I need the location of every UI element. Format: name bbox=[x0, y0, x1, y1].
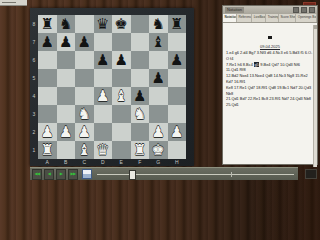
square-f2[interactable] bbox=[131, 123, 150, 141]
rank-label: 1 bbox=[30, 141, 38, 159]
square-c8[interactable] bbox=[75, 15, 94, 33]
square-d4[interactable]: ♟ bbox=[94, 87, 113, 105]
square-h8[interactable]: ♜ bbox=[168, 15, 187, 33]
file-label: G bbox=[149, 159, 168, 166]
panel-caption: Notation bbox=[223, 6, 317, 14]
white-rook[interactable]: ♜ bbox=[133, 141, 146, 159]
square-e6[interactable]: ♟ bbox=[112, 51, 131, 69]
square-g2[interactable]: ♟ bbox=[149, 123, 168, 141]
maximize-icon[interactable] bbox=[301, 7, 307, 13]
move-line[interactable]: Ke8 17.Re1 Qd7 18.Rf1 Qd8 19.Bc1 Nd7 20.… bbox=[226, 85, 313, 97]
square-a5[interactable] bbox=[38, 69, 57, 87]
square-b7[interactable]: ♟ bbox=[57, 33, 76, 51]
square-h1[interactable] bbox=[168, 141, 187, 159]
window-fragment bbox=[0, 0, 27, 6]
rank-label: 4 bbox=[30, 87, 38, 105]
black-pawn[interactable]: ♟ bbox=[152, 69, 165, 87]
black-queen[interactable]: ♛ bbox=[96, 15, 109, 33]
square-f1[interactable]: ♜ bbox=[131, 141, 150, 159]
square-h6[interactable]: ♟ bbox=[168, 51, 187, 69]
white-knight[interactable]: ♞ bbox=[78, 105, 91, 123]
move-line[interactable]: 7.Re1 h6 8.Bc4 g5 9.Be4 Qd7 10.Qd3 Nf6 1… bbox=[226, 62, 313, 74]
square-e2[interactable] bbox=[112, 123, 131, 141]
rank-labels: 87654321 bbox=[30, 15, 38, 159]
square-a8[interactable]: ♜ bbox=[38, 15, 57, 33]
black-pawn[interactable]: ♟ bbox=[78, 33, 91, 51]
square-f6[interactable] bbox=[131, 51, 150, 69]
square-d5[interactable] bbox=[94, 69, 113, 87]
black-pawn[interactable]: ♟ bbox=[133, 87, 146, 105]
square-d7[interactable] bbox=[94, 33, 113, 51]
black-bishop[interactable]: ♝ bbox=[152, 33, 165, 51]
square-f8[interactable] bbox=[131, 15, 150, 33]
rank-label: 2 bbox=[30, 123, 38, 141]
square-g3[interactable] bbox=[149, 105, 168, 123]
file-label: C bbox=[75, 159, 94, 166]
black-pawn[interactable]: ♟ bbox=[115, 51, 128, 69]
move-list[interactable]: 1.e4 g6 2.d4 Bg7 3.Nf3 d6 4.Nc3 e6 5.Bd3… bbox=[226, 50, 313, 108]
panel-title: Notation bbox=[225, 7, 244, 13]
current-move[interactable]: g5 bbox=[254, 62, 259, 67]
square-h7[interactable] bbox=[168, 33, 187, 51]
white-king[interactable]: ♚ bbox=[152, 141, 165, 159]
square-b3[interactable] bbox=[57, 105, 76, 123]
square-g8[interactable]: ♞ bbox=[149, 15, 168, 33]
square-h4[interactable] bbox=[168, 87, 187, 105]
square-b5[interactable] bbox=[57, 69, 76, 87]
nav-buttons: ◀◀◀▶▶▶ bbox=[30, 169, 78, 180]
square-a1[interactable]: ♜ bbox=[38, 141, 57, 159]
square-h3[interactable] bbox=[168, 105, 187, 123]
square-e3[interactable] bbox=[112, 105, 131, 123]
black-pawn[interactable]: ♟ bbox=[96, 51, 109, 69]
black-pawn[interactable]: ♟ bbox=[41, 33, 54, 51]
move-line[interactable]: 21.Qd1 Bd7 22.Re1 Bc8 23.Rf1 Nd7 24.Qd3 … bbox=[226, 96, 313, 108]
slider-tick bbox=[231, 172, 232, 177]
square-d8[interactable]: ♛ bbox=[94, 15, 113, 33]
white-knight[interactable]: ♞ bbox=[133, 105, 146, 123]
file-label: A bbox=[38, 159, 57, 166]
tab-openings-book[interactable]: Openings Book bbox=[296, 14, 317, 22]
white-pawn[interactable]: ♟ bbox=[96, 87, 109, 105]
board-frame: 87654321 ♜♞♛♚♞♜♟♟♟♝♟♟♟♟♟♝♟♞♞♟♟♟♟♟♜♝♛♜♚ A… bbox=[30, 8, 194, 166]
game-progress-slider[interactable] bbox=[97, 168, 294, 180]
black-pawn[interactable]: ♟ bbox=[59, 33, 72, 51]
white-bishop[interactable]: ♝ bbox=[115, 87, 128, 105]
back-button[interactable]: ◀ bbox=[44, 169, 54, 180]
close-icon[interactable] bbox=[309, 7, 315, 13]
tab-score-sheet[interactable]: Score Sheet bbox=[279, 14, 296, 22]
rank-label: 3 bbox=[30, 105, 38, 123]
square-g5[interactable]: ♟ bbox=[149, 69, 168, 87]
white-bishop[interactable]: ♝ bbox=[78, 141, 91, 159]
game-date[interactable]: 09.04.2025 bbox=[223, 44, 317, 49]
scroll-up-icon[interactable] bbox=[314, 25, 317, 29]
square-b4[interactable] bbox=[57, 87, 76, 105]
replay-toolbar: ◀◀◀▶▶▶ bbox=[30, 167, 298, 180]
black-rook[interactable]: ♜ bbox=[41, 15, 54, 33]
white-rook[interactable]: ♜ bbox=[41, 141, 54, 159]
black-knight[interactable]: ♞ bbox=[152, 15, 165, 33]
square-d6[interactable]: ♟ bbox=[94, 51, 113, 69]
go-start-button[interactable]: ◀◀ bbox=[32, 169, 42, 180]
file-labels: ABCDEFGH bbox=[38, 159, 186, 166]
square-c2[interactable]: ♟ bbox=[75, 123, 94, 141]
tab-reference[interactable]: Reference bbox=[237, 14, 252, 22]
white-pawn[interactable]: ♟ bbox=[78, 123, 91, 141]
slider-thumb[interactable] bbox=[129, 170, 136, 180]
square-f4[interactable]: ♟ bbox=[131, 87, 150, 105]
square-c6[interactable] bbox=[75, 51, 94, 69]
square-c7[interactable]: ♟ bbox=[75, 33, 94, 51]
file-label: E bbox=[112, 159, 131, 166]
square-e5[interactable] bbox=[112, 69, 131, 87]
panel-content: 09.04.2025 1.e4 g6 2.d4 Bg7 3.Nf3 d6 4.N… bbox=[223, 25, 317, 167]
go-end-button[interactable]: ▶▶ bbox=[68, 169, 78, 180]
square-a6[interactable] bbox=[38, 51, 57, 69]
square-a4[interactable] bbox=[38, 87, 57, 105]
rank-label: 8 bbox=[30, 15, 38, 33]
square-f3[interactable]: ♞ bbox=[131, 105, 150, 123]
scrollbar[interactable] bbox=[313, 25, 317, 167]
square-g1[interactable]: ♚ bbox=[149, 141, 168, 159]
square-g6[interactable] bbox=[149, 51, 168, 69]
square-e1[interactable] bbox=[112, 141, 131, 159]
board-toggle-icon[interactable] bbox=[82, 169, 92, 179]
white-pawn[interactable]: ♟ bbox=[41, 123, 54, 141]
black-rook[interactable]: ♜ bbox=[170, 15, 183, 33]
square-g7[interactable]: ♝ bbox=[149, 33, 168, 51]
white-pawn[interactable]: ♟ bbox=[59, 123, 72, 141]
black-king[interactable]: ♚ bbox=[115, 15, 128, 33]
white-queen[interactable]: ♛ bbox=[96, 141, 109, 159]
square-a7[interactable]: ♟ bbox=[38, 33, 57, 51]
tab-livebook[interactable]: LiveBook bbox=[252, 14, 266, 22]
black-knight[interactable]: ♞ bbox=[59, 15, 72, 33]
square-h2[interactable]: ♟ bbox=[168, 123, 187, 141]
white-pawn[interactable]: ♟ bbox=[170, 123, 183, 141]
square-g4[interactable] bbox=[149, 87, 168, 105]
square-h5[interactable] bbox=[168, 69, 187, 87]
square-e8[interactable]: ♚ bbox=[112, 15, 131, 33]
move-line[interactable]: 1.e4 g6 2.d4 Bg7 3.Nf3 d6 4.Nc3 e6 5.Bd3… bbox=[226, 50, 313, 62]
bottom-right-icon[interactable] bbox=[305, 169, 317, 179]
square-c1[interactable]: ♝ bbox=[75, 141, 94, 159]
forward-button[interactable]: ▶ bbox=[56, 169, 66, 180]
file-label: H bbox=[168, 159, 187, 166]
slider-track bbox=[97, 174, 294, 175]
square-e7[interactable] bbox=[112, 33, 131, 51]
square-f7[interactable] bbox=[131, 33, 150, 51]
file-label: F bbox=[131, 159, 150, 166]
black-pawn[interactable]: ♟ bbox=[170, 51, 183, 69]
square-c4[interactable] bbox=[75, 87, 94, 105]
square-b8[interactable]: ♞ bbox=[57, 15, 76, 33]
game-header: 09.04.2025 bbox=[223, 25, 317, 49]
panel-tabs: NotationReferenceLiveBookTrainingScore S… bbox=[223, 14, 317, 23]
rank-label: 6 bbox=[30, 51, 38, 69]
game-marker-icon bbox=[268, 36, 272, 40]
square-b1[interactable] bbox=[57, 141, 76, 159]
square-a2[interactable]: ♟ bbox=[38, 123, 57, 141]
square-b2[interactable]: ♟ bbox=[57, 123, 76, 141]
tab-training[interactable]: Training bbox=[266, 14, 279, 22]
square-a3[interactable] bbox=[38, 105, 57, 123]
move-line[interactable]: 12.Bd2 Nxe4 13.Nxe4 Qd8 14.Nc3 Ng8 15.Re… bbox=[226, 73, 313, 85]
rank-label: 7 bbox=[30, 33, 38, 51]
square-f5[interactable] bbox=[131, 69, 150, 87]
square-c3[interactable]: ♞ bbox=[75, 105, 94, 123]
square-e4[interactable]: ♝ bbox=[112, 87, 131, 105]
chess-board[interactable]: ♜♞♛♚♞♜♟♟♟♝♟♟♟♟♟♝♟♞♞♟♟♟♟♟♜♝♛♜♚ bbox=[38, 15, 186, 159]
square-d3[interactable] bbox=[94, 105, 113, 123]
square-d1[interactable]: ♛ bbox=[94, 141, 113, 159]
file-label: B bbox=[57, 159, 76, 166]
tab-notation[interactable]: Notation bbox=[223, 14, 237, 22]
file-label: D bbox=[94, 159, 113, 166]
square-b6[interactable] bbox=[57, 51, 76, 69]
notation-panel: Notation NotationReferenceLiveBookTraini… bbox=[222, 5, 318, 165]
minimize-icon[interactable] bbox=[293, 7, 299, 13]
square-d2[interactable] bbox=[94, 123, 113, 141]
square-c5[interactable] bbox=[75, 69, 94, 87]
rank-label: 5 bbox=[30, 69, 38, 87]
white-pawn[interactable]: ♟ bbox=[152, 123, 165, 141]
